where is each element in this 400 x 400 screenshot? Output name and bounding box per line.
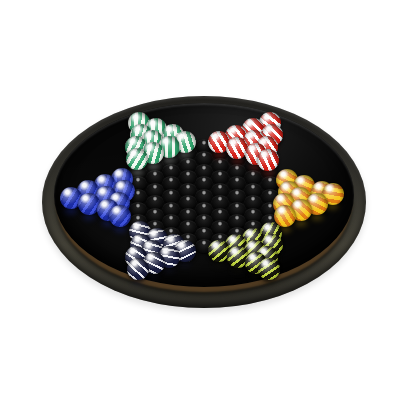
board-hole[interactable] <box>162 214 180 228</box>
marble-red-white[interactable] <box>257 149 279 171</box>
marble-navy-white[interactable] <box>127 258 149 280</box>
marble-cobalt-blue[interactable] <box>109 205 131 227</box>
marble-black-chartreuse[interactable] <box>258 258 280 280</box>
board-hole[interactable] <box>195 214 213 228</box>
board-hole[interactable] <box>195 189 213 203</box>
board-cells <box>0 0 400 400</box>
chinese-checkers-scene <box>0 0 400 400</box>
board-hole[interactable] <box>228 214 246 228</box>
board-hole[interactable] <box>162 189 180 203</box>
board-hole[interactable] <box>228 189 246 203</box>
